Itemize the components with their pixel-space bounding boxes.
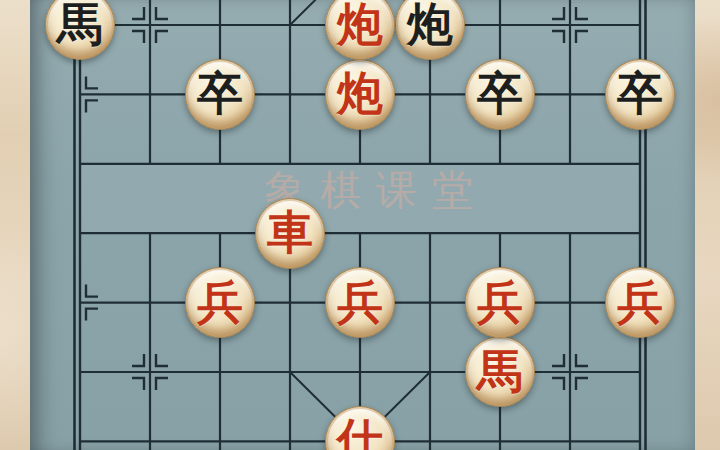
- piece-character: 兵: [197, 279, 243, 325]
- piece-character: 卒: [617, 70, 663, 116]
- video-frame: 象棋课堂 馬炮炮卒炮卒卒車兵兵兵兵馬仕: [0, 0, 720, 450]
- red-soldier-piece[interactable]: 兵: [185, 267, 255, 338]
- piece-character: 仕: [337, 417, 383, 450]
- red-soldier-piece[interactable]: 兵: [605, 267, 675, 338]
- black-soldier-piece[interactable]: 卒: [605, 59, 675, 130]
- red-advisor-piece[interactable]: 仕: [325, 406, 395, 450]
- red-soldier-piece[interactable]: 兵: [325, 267, 395, 338]
- piece-character: 炮: [407, 1, 453, 47]
- piece-character: 卒: [197, 70, 243, 116]
- black-horse-piece[interactable]: 馬: [45, 0, 115, 60]
- piece-character: 兵: [617, 279, 663, 325]
- piece-grid: 馬炮炮卒炮卒卒車兵兵兵兵馬仕: [45, 0, 675, 450]
- red-horse-piece[interactable]: 馬: [465, 336, 535, 407]
- red-cannon-piece[interactable]: 炮: [325, 59, 395, 130]
- piece-character: 炮: [337, 70, 383, 116]
- piece-character: 車: [267, 209, 313, 255]
- piece-character: 兵: [477, 279, 523, 325]
- piece-character: 馬: [477, 348, 523, 394]
- piece-character: 炮: [337, 1, 383, 47]
- black-soldier-piece[interactable]: 卒: [185, 59, 255, 130]
- piece-character: 兵: [337, 279, 383, 325]
- red-cannon-piece[interactable]: 炮: [325, 0, 395, 60]
- black-cannon-piece[interactable]: 炮: [395, 0, 465, 60]
- red-soldier-piece[interactable]: 兵: [465, 267, 535, 338]
- piece-character: 馬: [57, 1, 103, 47]
- piece-character: 卒: [477, 70, 523, 116]
- black-soldier-piece[interactable]: 卒: [465, 59, 535, 130]
- red-chariot-piece[interactable]: 車: [255, 198, 325, 269]
